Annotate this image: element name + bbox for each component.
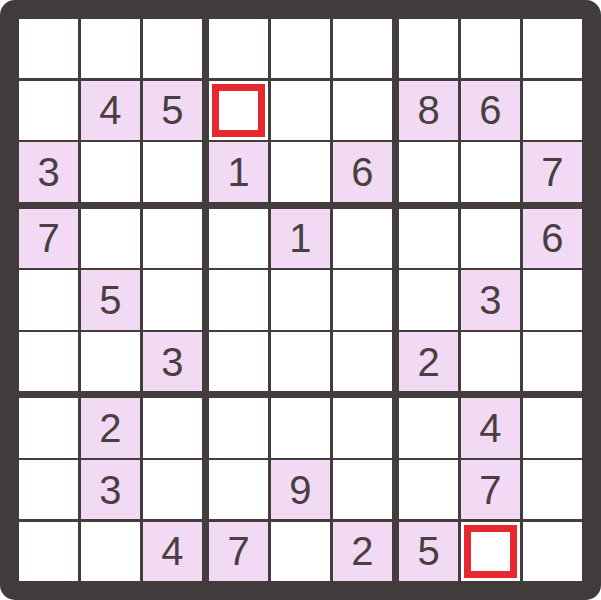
cell-r1c6[interactable] <box>333 19 392 78</box>
sudoku-grid: 458631677165332243974725 <box>19 19 582 581</box>
cell-r9c2[interactable] <box>81 522 140 581</box>
cell-r8c6[interactable] <box>333 460 392 519</box>
cell-r2c5[interactable] <box>271 81 330 140</box>
cell-r5c7[interactable] <box>399 270 458 329</box>
cell-r9c4: 7 <box>209 522 268 581</box>
cell-r8c1[interactable] <box>19 460 78 519</box>
cell-r6c9[interactable] <box>523 332 582 391</box>
cell-r4c7[interactable] <box>399 209 458 268</box>
cell-r6c6[interactable] <box>333 332 392 391</box>
cell-r1c8[interactable] <box>461 19 520 78</box>
cell-r9c7: 5 <box>399 522 458 581</box>
cell-r1c2[interactable] <box>81 19 140 78</box>
cell-r2c3: 5 <box>143 81 202 140</box>
cell-r7c2: 2 <box>81 398 140 457</box>
cell-r3c2[interactable] <box>81 142 140 201</box>
cell-r9c1[interactable] <box>19 522 78 581</box>
cell-r7c1[interactable] <box>19 398 78 457</box>
cell-r5c5[interactable] <box>271 270 330 329</box>
target-cell-r2c4[interactable] <box>209 81 268 140</box>
cell-r1c3[interactable] <box>143 19 202 78</box>
cell-r9c9[interactable] <box>523 522 582 581</box>
cell-r8c4[interactable] <box>209 460 268 519</box>
cell-r4c6[interactable] <box>333 209 392 268</box>
cell-r1c5[interactable] <box>271 19 330 78</box>
cell-r1c4[interactable] <box>209 19 268 78</box>
cell-r8c3[interactable] <box>143 460 202 519</box>
cell-r6c8[interactable] <box>461 332 520 391</box>
cell-r3c9: 7 <box>523 142 582 201</box>
cell-r9c5[interactable] <box>271 522 330 581</box>
cell-r6c3: 3 <box>143 332 202 391</box>
cell-r8c2: 3 <box>81 460 140 519</box>
cell-r3c8[interactable] <box>461 142 520 201</box>
cell-r7c7[interactable] <box>399 398 458 457</box>
cell-r7c5[interactable] <box>271 398 330 457</box>
cell-r1c1[interactable] <box>19 19 78 78</box>
cell-r1c7[interactable] <box>399 19 458 78</box>
cell-r6c5[interactable] <box>271 332 330 391</box>
cell-r4c3[interactable] <box>143 209 202 268</box>
cell-r9c3: 4 <box>143 522 202 581</box>
cell-r7c4[interactable] <box>209 398 268 457</box>
cell-r8c9[interactable] <box>523 460 582 519</box>
cell-r7c6[interactable] <box>333 398 392 457</box>
cell-r8c5: 9 <box>271 460 330 519</box>
cell-r5c2: 5 <box>81 270 140 329</box>
cell-r6c4[interactable] <box>209 332 268 391</box>
cell-r6c1[interactable] <box>19 332 78 391</box>
cell-r2c2: 4 <box>81 81 140 140</box>
sudoku-board: 458631677165332243974725 <box>0 0 601 600</box>
cell-r5c3[interactable] <box>143 270 202 329</box>
cell-r2c9[interactable] <box>523 81 582 140</box>
cell-r3c4: 1 <box>209 142 268 201</box>
cell-r1c9[interactable] <box>523 19 582 78</box>
cell-r3c1: 3 <box>19 142 78 201</box>
cell-r5c6[interactable] <box>333 270 392 329</box>
cell-r2c1[interactable] <box>19 81 78 140</box>
cell-r4c4[interactable] <box>209 209 268 268</box>
cell-r2c8: 6 <box>461 81 520 140</box>
cell-r3c3[interactable] <box>143 142 202 201</box>
cell-r7c9[interactable] <box>523 398 582 457</box>
cell-r2c6[interactable] <box>333 81 392 140</box>
cell-r5c4[interactable] <box>209 270 268 329</box>
cell-r5c9[interactable] <box>523 270 582 329</box>
cell-r7c8: 4 <box>461 398 520 457</box>
cell-r4c5: 1 <box>271 209 330 268</box>
cell-r4c1: 7 <box>19 209 78 268</box>
cell-r3c7[interactable] <box>399 142 458 201</box>
cell-r4c9: 6 <box>523 209 582 268</box>
cell-r2c7: 8 <box>399 81 458 140</box>
cell-r8c7[interactable] <box>399 460 458 519</box>
cell-r3c5[interactable] <box>271 142 330 201</box>
cell-r4c2[interactable] <box>81 209 140 268</box>
cell-r8c8: 7 <box>461 460 520 519</box>
cell-r9c6: 2 <box>333 522 392 581</box>
cell-r4c8[interactable] <box>461 209 520 268</box>
target-cell-r9c8[interactable] <box>461 522 520 581</box>
cell-r7c3[interactable] <box>143 398 202 457</box>
cell-r6c2[interactable] <box>81 332 140 391</box>
cell-r3c6: 6 <box>333 142 392 201</box>
cell-r5c1[interactable] <box>19 270 78 329</box>
cell-r6c7: 2 <box>399 332 458 391</box>
cell-r5c8: 3 <box>461 270 520 329</box>
